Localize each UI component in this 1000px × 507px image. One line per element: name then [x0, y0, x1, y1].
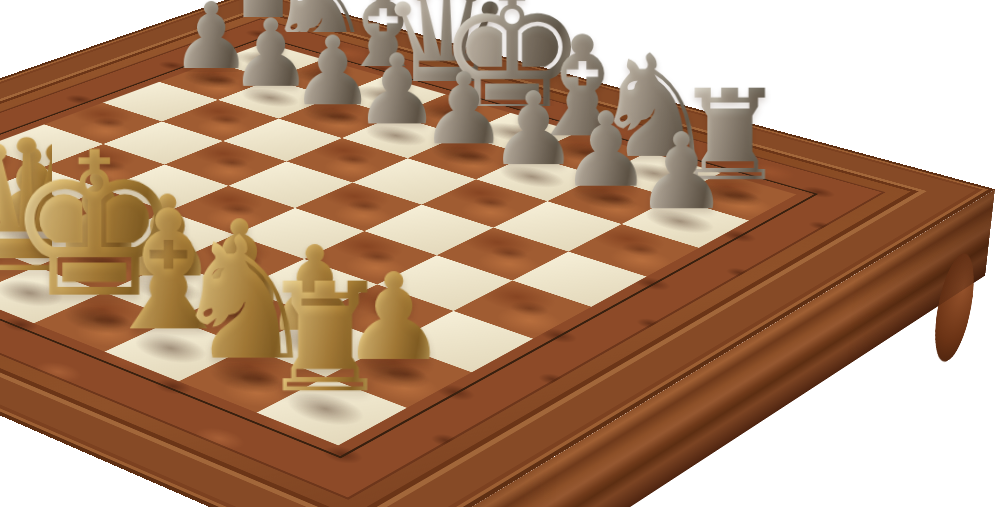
- black-pawn-glyph: ♟: [634, 119, 729, 225]
- bun-foot: [930, 243, 978, 373]
- chess-board-case: ♜♞♝♛♚♝♞♜♟♟♟♟♟♟♟♟♟♟♟♟♟♟♟♟♜♞♝♛♚♝♞♜: [0, 0, 995, 507]
- perspective-container: ♜♞♝♛♚♝♞♜♟♟♟♟♟♟♟♟♟♟♟♟♟♟♟♟♜♞♝♛♚♝♞♜: [0, 0, 1000, 507]
- chess-set-photo: ♜♞♝♛♚♝♞♜♟♟♟♟♟♟♟♟♟♟♟♟♟♟♟♟♜♞♝♛♚♝♞♜: [0, 0, 1000, 507]
- white-rook-glyph: ♜: [258, 264, 392, 414]
